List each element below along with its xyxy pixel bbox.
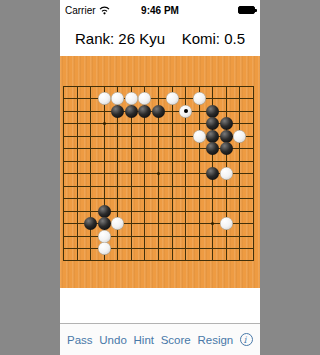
black-stone: [206, 117, 219, 130]
hoshi-point: [157, 172, 160, 175]
grid-line-horizontal: [63, 98, 254, 99]
game-info-header: Rank: 26 Kyu Komi: 0.5: [60, 20, 260, 56]
komi-label: Komi: 0.5: [182, 30, 245, 47]
undo-button[interactable]: Undo: [99, 334, 127, 346]
battery-icon: [238, 6, 255, 14]
resign-button[interactable]: Resign: [197, 334, 233, 346]
grid-line-horizontal: [63, 248, 254, 249]
black-stone: [98, 217, 111, 230]
white-stone: [179, 105, 192, 118]
black-stone: [220, 117, 233, 130]
white-stone: [220, 217, 233, 230]
last-move-marker: [184, 109, 188, 113]
grid-line-horizontal: [63, 211, 254, 212]
white-stone: [220, 167, 233, 180]
black-stone: [111, 105, 124, 118]
status-time: 9:46 PM: [60, 5, 260, 16]
rank-label: Rank: 26 Kyu: [75, 30, 165, 47]
black-stone: [206, 130, 219, 143]
app-screen: Carrier 9:46 PM Rank: 26 Kyu Komi: 0.5 P…: [60, 0, 260, 355]
go-board[interactable]: [60, 56, 260, 288]
black-stone: [125, 105, 138, 118]
pass-button[interactable]: Pass: [67, 334, 93, 346]
hint-button[interactable]: Hint: [134, 334, 154, 346]
black-stone: [138, 105, 151, 118]
white-stone: [193, 130, 206, 143]
hoshi-point: [103, 122, 106, 125]
black-stone: [84, 217, 97, 230]
black-stone: [220, 142, 233, 155]
white-stone: [166, 92, 179, 105]
white-stone: [125, 92, 138, 105]
black-stone: [206, 105, 219, 118]
grid-line-horizontal: [63, 86, 254, 87]
black-stone: [152, 105, 165, 118]
hoshi-point: [211, 222, 214, 225]
white-stone: [138, 92, 151, 105]
grid-line-horizontal: [63, 161, 254, 162]
grid-line-horizontal: [63, 198, 254, 199]
bottom-toolbar: Pass Undo Hint Score Resign i: [60, 323, 260, 355]
white-stone: [111, 92, 124, 105]
black-stone: [220, 130, 233, 143]
white-stone: [98, 242, 111, 255]
white-stone: [98, 92, 111, 105]
status-bar: Carrier 9:46 PM: [60, 0, 260, 20]
info-icon[interactable]: i: [240, 333, 253, 346]
white-stone: [98, 230, 111, 243]
score-button[interactable]: Score: [161, 334, 191, 346]
grid-line-horizontal: [63, 260, 254, 261]
grid-line-horizontal: [63, 186, 254, 187]
white-stone: [233, 130, 246, 143]
black-stone: [206, 142, 219, 155]
white-stone: [193, 92, 206, 105]
black-stone: [98, 205, 111, 218]
white-stone: [111, 217, 124, 230]
grid-line-horizontal: [63, 236, 254, 237]
black-stone: [206, 167, 219, 180]
